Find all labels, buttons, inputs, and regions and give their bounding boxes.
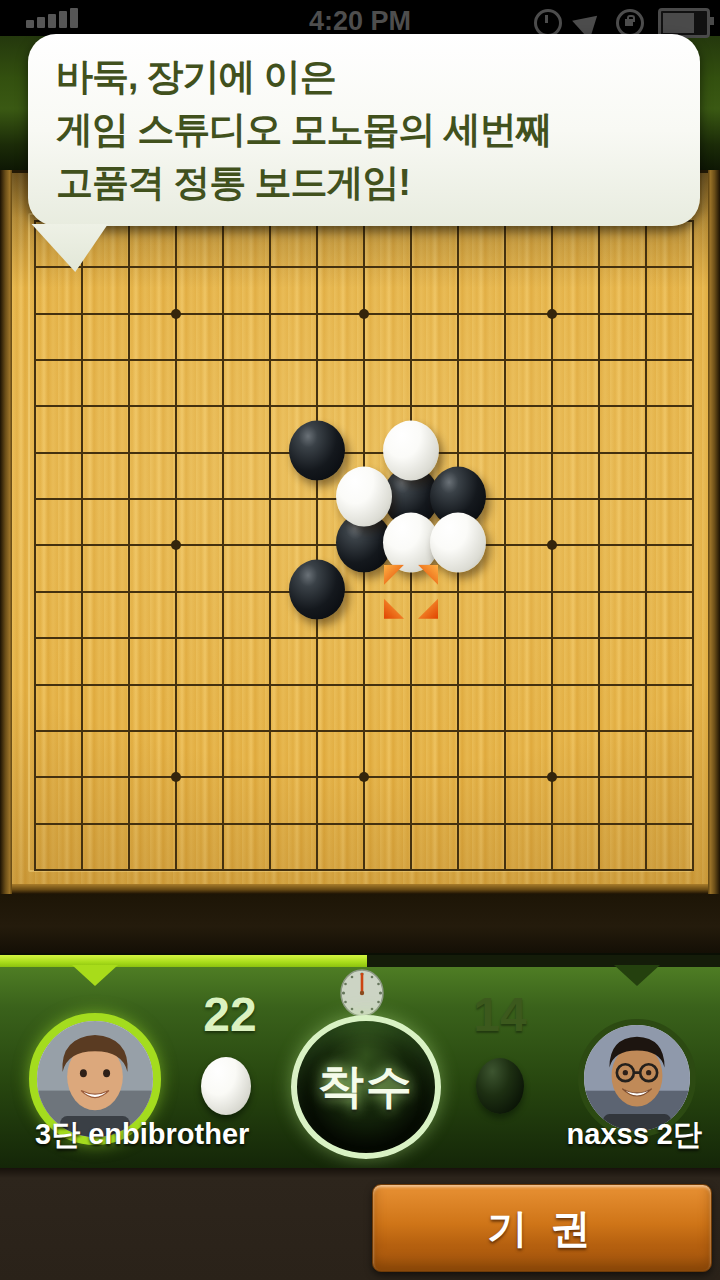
board-surface[interactable]: ●●●●●○○○○ [12, 173, 708, 884]
placement-cursor[interactable] [384, 565, 438, 619]
star-point [547, 540, 557, 550]
rotation-lock-icon [616, 9, 644, 37]
omok-board: ●●●●●○○○○ [0, 170, 720, 894]
timer-bar-fill [0, 955, 367, 967]
black-stone-icon [476, 1058, 524, 1114]
place-stone-button[interactable]: 착수 [291, 1015, 441, 1159]
resign-button-label: 기 권 [487, 1201, 596, 1256]
black-stone: ● [289, 559, 345, 619]
star-point [547, 772, 557, 782]
promo-line-1: 바둑, 장기에 이은 [56, 50, 552, 103]
board-left-bevel [0, 170, 12, 894]
star-point [171, 540, 181, 550]
star-point [547, 309, 557, 319]
game-clock-icon [340, 969, 384, 1017]
app-screen: 4:20 PM 바둑, 장기에 이은 게임 스튜디오 모노몹의 세번째 고품격 … [0, 0, 720, 1280]
left-player-name: 3단 enbibrother [35, 1115, 249, 1155]
right-player-count: 14 [440, 987, 560, 1042]
status-bar: 4:20 PM [0, 0, 720, 36]
star-point [171, 772, 181, 782]
right-player-name: naxss 2단 [567, 1115, 702, 1155]
board-shadow [0, 894, 720, 953]
alarm-icon [534, 9, 562, 37]
star-point [171, 309, 181, 319]
white-stone: ○ [430, 513, 486, 573]
board-bottom-bevel [12, 884, 708, 894]
hud-panel: 22 착수 14 [0, 967, 720, 1168]
board-right-bevel [708, 170, 720, 894]
white-stone-icon [201, 1057, 251, 1115]
star-point [359, 309, 369, 319]
promo-bubble-text: 바둑, 장기에 이은 게임 스튜디오 모노몹의 세번째 고품격 정통 보드게임! [56, 50, 552, 209]
turn-notch-right [614, 965, 660, 986]
bottom-bar: 기 권 [0, 1168, 720, 1280]
place-stone-button-label: 착수 [318, 1056, 414, 1118]
resign-button[interactable]: 기 권 [372, 1184, 712, 1272]
promo-line-3: 고품격 정통 보드게임! [56, 156, 552, 209]
active-turn-notch-left [72, 965, 118, 986]
promo-line-2: 게임 스튜디오 모노몹의 세번째 [56, 103, 552, 156]
star-point [359, 772, 369, 782]
left-player-count: 22 [170, 987, 290, 1042]
